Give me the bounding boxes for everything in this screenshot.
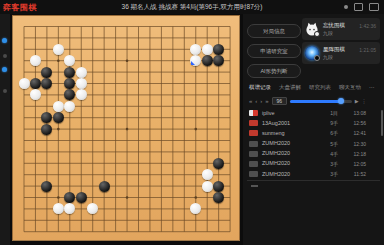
black-stone-C5 [41,181,52,192]
rank-badge-icon [249,141,258,147]
black-player-time: 1:21:05 [359,47,376,53]
tab-5[interactable]: ⋯ [369,84,375,91]
next-move-button[interactable]: › [260,96,262,106]
player-card-black[interactable]: 星阵围棋 九段 1:21:05 [302,42,380,64]
player-card-white[interactable]: 忘忧围棋 九段 1:42:36 [302,18,380,40]
move-number-box[interactable]: 96 [272,97,287,105]
black-stone-H5 [99,181,110,192]
window-controls [344,3,379,11]
toolbar-blue-dot-icon[interactable] [2,67,7,72]
study-list-row-2[interactable]: 13Aug20019手12:56 [247,118,380,128]
white-stone-R17 [202,44,213,55]
black-stone-indicator [314,55,320,61]
white-player-avatar [305,22,319,36]
white-player-time: 1:42:36 [359,23,376,29]
fullscreen-icon[interactable] [369,3,379,11]
move-slider[interactable] [290,100,352,103]
black-stone-C10 [41,124,52,135]
white-stone-F15 [76,67,87,78]
study-list: iplive1目13:0813Aug20019手12:56sunmeng6手12… [247,108,380,179]
study-list-row-1[interactable]: iplive1目13:08 [247,108,380,118]
post-time: 12:41 [353,130,366,136]
study-list-row-7[interactable]: ZUMH20203手11:52 [247,169,380,179]
post-time: 13:08 [353,110,366,116]
variation-count: 9手 [330,120,338,126]
left-toolbar [0,14,10,245]
variation-count: 5手 [330,141,338,147]
black-stone-B14 [30,78,41,89]
window-icon[interactable] [354,3,363,11]
white-player-name: 忘忧围棋 [323,22,345,29]
app-logo: 弈客围棋 [3,2,37,13]
side-panel: 对局信息 申请研究室 AI形势判断 忘忧围棋 九段 1:42:36 星阵围棋 九… [243,14,384,245]
study-list-row-6[interactable]: ZUMH20203手12:05 [247,159,380,169]
variation-count: 3手 [330,161,338,167]
username: ZUMH2020 [262,171,290,177]
white-player-rank: 九段 [323,30,333,36]
toolbar-gray-dot-icon[interactable] [3,54,7,58]
post-time: 12:18 [353,151,366,157]
list-scrollbar[interactable] [381,110,383,136]
username: iplive [262,110,275,116]
variation-count: 3手 [330,171,338,177]
variation-count: 1目 [330,110,338,116]
toolbar-blue-dot-icon[interactable] [2,38,7,43]
white-stone-D17 [53,44,64,55]
white-stone-R5 [202,181,213,192]
white-stone-F14 [76,78,87,89]
black-player-name: 星阵围棋 [323,46,345,53]
variation-count: 4手 [330,151,338,157]
last-move-marker [191,61,195,65]
post-time: 12:05 [353,161,366,167]
top-bar: 弈客围棋 36 期名人战 挑战赛 第4局(第96手,双方用时87分) [0,0,384,14]
black-stone-F4 [76,192,87,203]
white-stone-D12 [53,101,64,112]
rank-badge-icon [249,151,258,157]
black-player-avatar [305,46,319,60]
rank-badge-icon [249,161,258,167]
tab-2[interactable]: 大盘讲解 [279,84,301,91]
toolbar-gray-dot-icon[interactable] [3,89,7,93]
study-list-row-5[interactable]: ZUMH20204手12:18 [247,149,380,159]
study-list-row-4[interactable]: ZUMH20205手12:30 [247,139,380,149]
white-stone-A14 [19,78,30,89]
username: sunmeng [262,130,285,136]
post-time: 12:30 [353,141,366,147]
record-dot-icon[interactable] [344,5,348,9]
tab-4[interactable]: 聊天互动 [339,84,361,91]
white-stone-Q17 [190,44,201,55]
black-stone-D11 [53,112,64,123]
white-stone-R6 [202,169,213,180]
panel-divider [247,180,380,181]
playback-controls: «‹›» 96 ▶⋮ [249,96,367,106]
game-info-button[interactable]: 对局信息 [247,24,301,38]
study-room-button[interactable]: 申请研究室 [247,44,301,58]
black-stone-E15 [64,67,75,78]
rank-badge-icon [249,130,258,136]
username: ZUMH2020 [262,160,290,166]
comment-placeholder [251,185,258,187]
black-player-rank: 九段 [323,54,333,60]
rank-badge-icon [249,110,258,116]
rank-badge-icon [249,120,258,126]
slider-handle[interactable] [338,98,344,104]
rank-badge-icon [249,171,258,177]
ai-analysis-button[interactable]: AI形势判断 [247,64,301,78]
username: ZUMH2020 [262,150,290,156]
tab-3[interactable]: 研究列表 [309,84,331,91]
post-time: 12:56 [353,120,366,126]
variation-count: 6手 [330,130,338,136]
black-stone-R16 [202,55,213,66]
panel-tabs: 棋谱记录大盘讲解研究列表聊天互动⋯ [249,84,375,91]
black-stone-S7 [213,158,224,169]
black-stone-C15 [41,67,52,78]
prev-move-button[interactable]: ‹ [255,96,257,106]
tab-1[interactable]: 棋谱记录 [249,84,271,91]
study-list-row-3[interactable]: sunmeng6手12:41 [247,128,380,138]
go-board[interactable] [12,15,240,241]
username: ZUMH2020 [262,140,290,146]
play-button[interactable]: ▶ [355,96,359,106]
white-stone-indicator [314,31,320,37]
more-button[interactable]: ⋮ [362,96,367,106]
black-stone-S17 [213,44,224,55]
post-time: 11:52 [354,171,366,177]
first-move-button[interactable]: « [249,96,252,106]
game-title: 36 期名人战 挑战赛 第4局(第96手,双方用时87分) [122,3,263,12]
username: 13Aug2001 [262,120,290,126]
last-move-button[interactable]: » [265,96,268,106]
black-stone-S5 [213,181,224,192]
